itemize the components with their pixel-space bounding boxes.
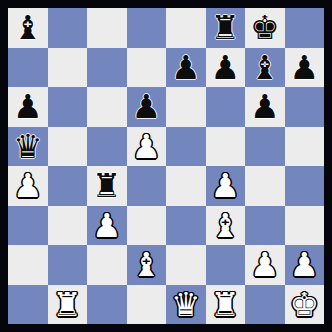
piece-white-bishop-f3[interactable]: ♝ <box>210 206 240 246</box>
square-a4[interactable]: ♟ <box>8 166 48 206</box>
square-h3[interactable] <box>285 206 325 246</box>
square-a2[interactable] <box>8 245 48 285</box>
square-c7[interactable] <box>87 48 127 88</box>
piece-white-pawn-h2[interactable]: ♟ <box>289 245 319 285</box>
square-f5[interactable] <box>206 127 246 167</box>
piece-white-pawn-g2[interactable]: ♟ <box>250 245 280 285</box>
chess-board: ♝♜♚♟♟♝♟♟♟♟♛♟♟♜♟♟♝♝♟♟♜♛♜♚ <box>8 8 324 324</box>
square-f4[interactable]: ♟ <box>206 166 246 206</box>
square-g5[interactable] <box>245 127 285 167</box>
square-d2[interactable]: ♝ <box>127 245 167 285</box>
square-g2[interactable]: ♟ <box>245 245 285 285</box>
piece-white-pawn-d5[interactable]: ♟ <box>131 127 161 167</box>
piece-white-queen-e1[interactable]: ♛ <box>171 285 201 325</box>
square-c3[interactable]: ♟ <box>87 206 127 246</box>
square-b5[interactable] <box>48 127 88 167</box>
square-f6[interactable] <box>206 87 246 127</box>
square-h8[interactable] <box>285 8 325 48</box>
square-c2[interactable] <box>87 245 127 285</box>
square-f1[interactable]: ♜ <box>206 285 246 325</box>
square-b3[interactable] <box>48 206 88 246</box>
square-c4[interactable]: ♜ <box>87 166 127 206</box>
piece-black-rook-c4[interactable]: ♜ <box>92 166 122 206</box>
square-g7[interactable]: ♝ <box>245 48 285 88</box>
piece-black-pawn-a6[interactable]: ♟ <box>13 87 43 127</box>
square-g1[interactable] <box>245 285 285 325</box>
square-e7[interactable]: ♟ <box>166 48 206 88</box>
square-h6[interactable] <box>285 87 325 127</box>
square-d1[interactable] <box>127 285 167 325</box>
square-e6[interactable] <box>166 87 206 127</box>
piece-black-pawn-h7[interactable]: ♟ <box>289 48 319 88</box>
square-a5[interactable]: ♛ <box>8 127 48 167</box>
square-h4[interactable] <box>285 166 325 206</box>
square-b1[interactable]: ♜ <box>48 285 88 325</box>
piece-white-rook-f1[interactable]: ♜ <box>210 285 240 325</box>
piece-black-pawn-e7[interactable]: ♟ <box>171 48 201 88</box>
square-g3[interactable] <box>245 206 285 246</box>
square-c8[interactable] <box>87 8 127 48</box>
square-c5[interactable] <box>87 127 127 167</box>
square-c6[interactable] <box>87 87 127 127</box>
square-a3[interactable] <box>8 206 48 246</box>
square-f2[interactable] <box>206 245 246 285</box>
square-e5[interactable] <box>166 127 206 167</box>
square-d6[interactable]: ♟ <box>127 87 167 127</box>
square-d3[interactable] <box>127 206 167 246</box>
piece-white-pawn-f4[interactable]: ♟ <box>210 166 240 206</box>
piece-white-pawn-c3[interactable]: ♟ <box>92 206 122 246</box>
square-b4[interactable] <box>48 166 88 206</box>
square-f7[interactable]: ♟ <box>206 48 246 88</box>
square-a1[interactable] <box>8 285 48 325</box>
square-b8[interactable] <box>48 8 88 48</box>
square-f3[interactable]: ♝ <box>206 206 246 246</box>
square-a6[interactable]: ♟ <box>8 87 48 127</box>
square-g4[interactable] <box>245 166 285 206</box>
square-f8[interactable]: ♜ <box>206 8 246 48</box>
piece-white-rook-b1[interactable]: ♜ <box>52 285 82 325</box>
square-h1[interactable]: ♚ <box>285 285 325 325</box>
square-e3[interactable] <box>166 206 206 246</box>
square-e2[interactable] <box>166 245 206 285</box>
square-e8[interactable] <box>166 8 206 48</box>
square-a7[interactable] <box>8 48 48 88</box>
piece-black-bishop-a8[interactable]: ♝ <box>13 8 43 48</box>
square-h7[interactable]: ♟ <box>285 48 325 88</box>
square-c1[interactable] <box>87 285 127 325</box>
square-d8[interactable] <box>127 8 167 48</box>
square-a8[interactable]: ♝ <box>8 8 48 48</box>
piece-black-pawn-g6[interactable]: ♟ <box>250 87 280 127</box>
square-d4[interactable] <box>127 166 167 206</box>
square-h2[interactable]: ♟ <box>285 245 325 285</box>
square-d7[interactable] <box>127 48 167 88</box>
square-g8[interactable]: ♚ <box>245 8 285 48</box>
piece-black-rook-f8[interactable]: ♜ <box>210 8 240 48</box>
square-h5[interactable] <box>285 127 325 167</box>
piece-black-pawn-f7[interactable]: ♟ <box>210 48 240 88</box>
piece-black-king-g8[interactable]: ♚ <box>250 8 280 48</box>
square-b7[interactable] <box>48 48 88 88</box>
piece-black-bishop-g7[interactable]: ♝ <box>250 48 280 88</box>
piece-white-king-h1[interactable]: ♚ <box>289 285 319 325</box>
square-d5[interactable]: ♟ <box>127 127 167 167</box>
square-b6[interactable] <box>48 87 88 127</box>
piece-black-queen-a5[interactable]: ♛ <box>13 127 43 167</box>
square-b2[interactable] <box>48 245 88 285</box>
board-frame: ♝♜♚♟♟♝♟♟♟♟♛♟♟♜♟♟♝♝♟♟♜♛♜♚ <box>0 0 332 332</box>
piece-white-pawn-a4[interactable]: ♟ <box>13 166 43 206</box>
square-e4[interactable] <box>166 166 206 206</box>
square-g6[interactable]: ♟ <box>245 87 285 127</box>
piece-white-bishop-d2[interactable]: ♝ <box>131 245 161 285</box>
square-e1[interactable]: ♛ <box>166 285 206 325</box>
piece-black-pawn-d6[interactable]: ♟ <box>131 87 161 127</box>
